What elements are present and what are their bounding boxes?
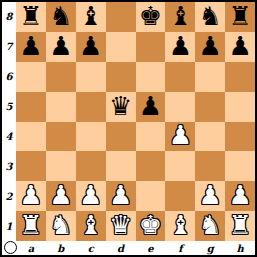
black-bishop: ♝ — [169, 3, 192, 29]
square-d4[interactable] — [106, 122, 136, 152]
file-label-d: d — [106, 241, 136, 255]
square-g3[interactable] — [195, 151, 225, 181]
square-f5[interactable] — [165, 92, 195, 122]
square-b1[interactable]: ♞ — [46, 211, 76, 241]
white-rook: ♜ — [19, 212, 42, 238]
file-labels: abcdefgh — [16, 241, 255, 255]
white-rook: ♜ — [228, 212, 251, 238]
white-pawn: ♟ — [79, 182, 102, 208]
square-g8[interactable]: ♞ — [195, 2, 225, 32]
black-pawn: ♟ — [49, 33, 72, 59]
black-knight: ♞ — [199, 3, 222, 29]
square-f1[interactable]: ♝ — [165, 211, 195, 241]
square-e8[interactable]: ♚ — [136, 2, 166, 32]
file-label-g: g — [195, 241, 225, 255]
square-c6[interactable] — [76, 62, 106, 92]
white-pawn: ♟ — [49, 182, 72, 208]
square-a6[interactable] — [16, 62, 46, 92]
file-label-e: e — [136, 241, 166, 255]
white-bishop: ♝ — [79, 212, 102, 238]
square-c7[interactable]: ♟ — [76, 32, 106, 62]
square-b6[interactable] — [46, 62, 76, 92]
square-a3[interactable] — [16, 151, 46, 181]
black-pawn: ♟ — [19, 33, 42, 59]
square-c5[interactable] — [76, 92, 106, 122]
white-bishop: ♝ — [169, 212, 192, 238]
board: ♜♞♝♚♝♞♜♟♟♟♟♟♟♛♟♟♟♟♟♟♟♟♜♞♝♛♚♝♞♜ — [16, 2, 255, 241]
chess-diagram: 87654321 ♜♞♝♚♝♞♜♟♟♟♟♟♟♛♟♟♟♟♟♟♟♟♜♞♝♛♚♝♞♜ … — [0, 0, 257, 257]
white-pawn: ♟ — [19, 182, 42, 208]
white-pawn: ♟ — [199, 182, 222, 208]
square-b3[interactable] — [46, 151, 76, 181]
black-pawn: ♟ — [79, 33, 102, 59]
black-rook: ♜ — [228, 3, 251, 29]
square-d6[interactable] — [106, 62, 136, 92]
file-label-a: a — [16, 241, 46, 255]
square-a2[interactable]: ♟ — [16, 181, 46, 211]
square-h4[interactable] — [225, 122, 255, 152]
square-b5[interactable] — [46, 92, 76, 122]
black-pawn: ♟ — [228, 33, 251, 59]
square-d3[interactable] — [106, 151, 136, 181]
rank-label-7: 7 — [2, 32, 16, 62]
square-e7[interactable] — [136, 32, 166, 62]
square-d1[interactable]: ♛ — [106, 211, 136, 241]
white-queen: ♛ — [109, 212, 132, 238]
square-e3[interactable] — [136, 151, 166, 181]
black-pawn: ♟ — [169, 33, 192, 59]
rank-label-4: 4 — [2, 122, 16, 152]
square-h6[interactable] — [225, 62, 255, 92]
square-c3[interactable] — [76, 151, 106, 181]
square-a1[interactable]: ♜ — [16, 211, 46, 241]
black-rook: ♜ — [19, 3, 42, 29]
rank-label-8: 8 — [2, 2, 16, 32]
square-f3[interactable] — [165, 151, 195, 181]
rank-label-2: 2 — [2, 181, 16, 211]
rank-labels: 87654321 — [2, 2, 16, 241]
square-g2[interactable]: ♟ — [195, 181, 225, 211]
file-label-f: f — [165, 241, 195, 255]
square-f6[interactable] — [165, 62, 195, 92]
white-knight: ♞ — [49, 212, 72, 238]
square-f2[interactable] — [165, 181, 195, 211]
square-h2[interactable]: ♟ — [225, 181, 255, 211]
square-c2[interactable]: ♟ — [76, 181, 106, 211]
square-a5[interactable] — [16, 92, 46, 122]
square-f7[interactable]: ♟ — [165, 32, 195, 62]
square-e2[interactable] — [136, 181, 166, 211]
black-queen: ♛ — [109, 93, 132, 119]
black-pawn: ♟ — [199, 33, 222, 59]
square-e5[interactable]: ♟ — [136, 92, 166, 122]
file-label-c: c — [76, 241, 106, 255]
square-f8[interactable]: ♝ — [165, 2, 195, 32]
square-c1[interactable]: ♝ — [76, 211, 106, 241]
square-h7[interactable]: ♟ — [225, 32, 255, 62]
black-knight: ♞ — [49, 3, 72, 29]
white-pawn: ♟ — [109, 182, 132, 208]
rank-label-3: 3 — [2, 151, 16, 181]
square-c4[interactable] — [76, 122, 106, 152]
square-b7[interactable]: ♟ — [46, 32, 76, 62]
file-label-b: b — [46, 241, 76, 255]
black-king: ♚ — [139, 3, 162, 29]
square-e4[interactable] — [136, 122, 166, 152]
square-h5[interactable] — [225, 92, 255, 122]
square-b4[interactable] — [46, 122, 76, 152]
rank-label-6: 6 — [2, 62, 16, 92]
white-pawn: ♟ — [169, 122, 192, 148]
white-king: ♚ — [139, 212, 162, 238]
square-e6[interactable] — [136, 62, 166, 92]
square-h3[interactable] — [225, 151, 255, 181]
square-b2[interactable]: ♟ — [46, 181, 76, 211]
square-a4[interactable] — [16, 122, 46, 152]
square-d5[interactable]: ♛ — [106, 92, 136, 122]
square-c8[interactable]: ♝ — [76, 2, 106, 32]
square-d7[interactable] — [106, 32, 136, 62]
square-a8[interactable]: ♜ — [16, 2, 46, 32]
square-e1[interactable]: ♚ — [136, 211, 166, 241]
rank-label-1: 1 — [2, 211, 16, 241]
square-g6[interactable] — [195, 62, 225, 92]
square-g7[interactable]: ♟ — [195, 32, 225, 62]
square-g1[interactable]: ♞ — [195, 211, 225, 241]
square-g5[interactable] — [195, 92, 225, 122]
square-f4[interactable]: ♟ — [165, 122, 195, 152]
white-knight: ♞ — [199, 212, 222, 238]
square-d8[interactable] — [106, 2, 136, 32]
square-h8[interactable]: ♜ — [225, 2, 255, 32]
black-pawn: ♟ — [139, 93, 162, 119]
square-a7[interactable]: ♟ — [16, 32, 46, 62]
square-d2[interactable]: ♟ — [106, 181, 136, 211]
white-to-move-icon — [4, 241, 17, 254]
rank-label-5: 5 — [2, 92, 16, 122]
file-label-h: h — [225, 241, 255, 255]
square-h1[interactable]: ♜ — [225, 211, 255, 241]
square-g4[interactable] — [195, 122, 225, 152]
square-b8[interactable]: ♞ — [46, 2, 76, 32]
black-bishop: ♝ — [79, 3, 102, 29]
white-pawn: ♟ — [228, 182, 251, 208]
